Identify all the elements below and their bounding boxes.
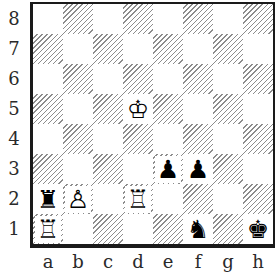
square-b8[interactable]: [63, 4, 93, 34]
square-c1[interactable]: [93, 214, 123, 244]
black-pawn[interactable]: ♟: [155, 156, 181, 183]
square-a3[interactable]: [33, 154, 63, 184]
square-c3[interactable]: [93, 154, 123, 184]
black-knight[interactable]: ♞: [185, 216, 211, 243]
square-b4[interactable]: [63, 124, 93, 154]
file-label-c: c: [93, 250, 123, 274]
square-f2[interactable]: [183, 184, 213, 214]
file-label-a: a: [33, 250, 63, 274]
square-e1[interactable]: [153, 214, 183, 244]
square-a6[interactable]: [33, 64, 63, 94]
square-a7[interactable]: [33, 34, 63, 64]
square-f8[interactable]: [183, 4, 213, 34]
square-d8[interactable]: [123, 4, 153, 34]
square-e3[interactable]: ♟: [153, 154, 183, 184]
file-label-e: e: [153, 250, 183, 274]
square-g7[interactable]: [213, 34, 243, 64]
black-king[interactable]: ♚: [245, 216, 271, 243]
rank-label-7: 7: [4, 34, 24, 64]
white-pawn[interactable]: ♙: [65, 186, 91, 213]
rank-label-2: 2: [4, 184, 24, 214]
square-d5[interactable]: ♔: [123, 94, 153, 124]
square-g5[interactable]: [213, 94, 243, 124]
square-d3[interactable]: [123, 154, 153, 184]
square-b5[interactable]: [63, 94, 93, 124]
square-a8[interactable]: [33, 4, 63, 34]
square-a4[interactable]: [33, 124, 63, 154]
square-e6[interactable]: [153, 64, 183, 94]
square-d6[interactable]: [123, 64, 153, 94]
square-e4[interactable]: [153, 124, 183, 154]
square-g8[interactable]: [213, 4, 243, 34]
square-a2[interactable]: ♜: [33, 184, 63, 214]
square-b7[interactable]: [63, 34, 93, 64]
square-g6[interactable]: [213, 64, 243, 94]
square-f7[interactable]: [183, 34, 213, 64]
square-e5[interactable]: [153, 94, 183, 124]
square-c5[interactable]: [93, 94, 123, 124]
square-g2[interactable]: [213, 184, 243, 214]
square-h1[interactable]: ♚: [243, 214, 273, 244]
square-f5[interactable]: [183, 94, 213, 124]
board: ♔♟♟♜♙♖♖♞♚: [30, 2, 275, 248]
square-b6[interactable]: [63, 64, 93, 94]
rank-label-6: 6: [4, 64, 24, 94]
square-b1[interactable]: [63, 214, 93, 244]
square-d4[interactable]: [123, 124, 153, 154]
chess-diagram: ♔♟♟♜♙♖♖♞♚ 87654321abcdefgh: [0, 0, 279, 279]
square-f6[interactable]: [183, 64, 213, 94]
square-h3[interactable]: [243, 154, 273, 184]
square-g4[interactable]: [213, 124, 243, 154]
rank-label-5: 5: [4, 94, 24, 124]
file-label-f: f: [183, 250, 213, 274]
square-c4[interactable]: [93, 124, 123, 154]
square-e7[interactable]: [153, 34, 183, 64]
square-h5[interactable]: [243, 94, 273, 124]
white-rook[interactable]: ♖: [125, 186, 151, 213]
square-d1[interactable]: [123, 214, 153, 244]
square-h2[interactable]: [243, 184, 273, 214]
square-d2[interactable]: ♖: [123, 184, 153, 214]
rank-label-8: 8: [4, 4, 24, 34]
square-c8[interactable]: [93, 4, 123, 34]
square-g3[interactable]: [213, 154, 243, 184]
file-label-g: g: [213, 250, 243, 274]
square-g1[interactable]: [213, 214, 243, 244]
square-h4[interactable]: [243, 124, 273, 154]
square-a5[interactable]: [33, 94, 63, 124]
square-c2[interactable]: [93, 184, 123, 214]
square-d7[interactable]: [123, 34, 153, 64]
square-h7[interactable]: [243, 34, 273, 64]
file-label-h: h: [243, 250, 273, 274]
rank-label-3: 3: [4, 154, 24, 184]
square-c7[interactable]: [93, 34, 123, 64]
black-rook[interactable]: ♜: [35, 186, 61, 213]
square-b3[interactable]: [63, 154, 93, 184]
black-pawn[interactable]: ♟: [185, 156, 211, 183]
square-h6[interactable]: [243, 64, 273, 94]
square-e8[interactable]: [153, 4, 183, 34]
square-c6[interactable]: [93, 64, 123, 94]
white-king[interactable]: ♔: [125, 96, 151, 123]
rank-label-4: 4: [4, 124, 24, 154]
white-rook[interactable]: ♖: [35, 216, 61, 243]
square-f4[interactable]: [183, 124, 213, 154]
square-e2[interactable]: [153, 184, 183, 214]
square-b2[interactable]: ♙: [63, 184, 93, 214]
square-f3[interactable]: ♟: [183, 154, 213, 184]
file-label-d: d: [123, 250, 153, 274]
rank-label-1: 1: [4, 214, 24, 244]
square-a1[interactable]: ♖: [33, 214, 63, 244]
file-label-b: b: [63, 250, 93, 274]
square-h8[interactable]: [243, 4, 273, 34]
square-f1[interactable]: ♞: [183, 214, 213, 244]
